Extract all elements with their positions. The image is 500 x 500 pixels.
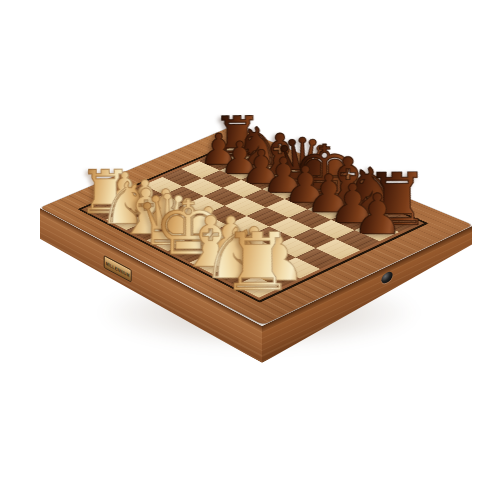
photo-stage: MILLENNIUM ♜♞♝♛♚♝♞♜♟♟♟♟♟♟♟♟♟♟♟♟♟♟♟♟♜♞♝♛♚… (0, 0, 500, 500)
brand-plaque-label: MILLENNIUM (106, 259, 130, 278)
clasp-latch-icon (381, 270, 392, 285)
piece-white-rook[interactable]: ♜ (220, 223, 295, 303)
square-h1[interactable]: ♜ (235, 276, 279, 298)
